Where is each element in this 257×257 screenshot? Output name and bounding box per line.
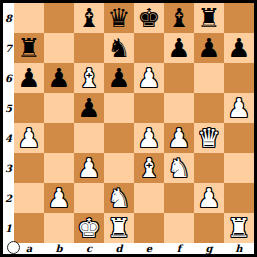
white-pawn-a4: ♟ [17,123,40,153]
square-g6[interactable] [194,63,224,93]
square-a5[interactable] [14,93,44,123]
rank-label-4: 4 [3,123,14,153]
square-d8[interactable]: ♛ [104,3,134,33]
square-d3[interactable] [104,153,134,183]
square-a4[interactable]: ♟ [14,123,44,153]
square-f7[interactable]: ♟ [164,33,194,63]
square-f3[interactable]: ♞ [164,153,194,183]
square-e2[interactable] [134,183,164,213]
rank-label-5: 5 [3,93,14,123]
square-a8[interactable] [14,3,44,33]
rank-label-1: 1 [3,213,14,243]
square-c2[interactable] [74,183,104,213]
file-label-h: h [224,243,254,254]
white-bishop-e3: ♝ [137,153,160,183]
square-c5[interactable]: ♟ [74,93,104,123]
file-label-e: e [134,243,164,254]
square-b1[interactable] [44,213,74,243]
square-g7[interactable]: ♟ [194,33,224,63]
black-pawn-d6: ♟ [107,63,130,93]
square-f2[interactable] [164,183,194,213]
square-g1[interactable] [194,213,224,243]
square-a6[interactable]: ♟ [14,63,44,93]
white-queen-g4: ♛ [197,123,220,153]
white-rook-d1: ♜ [107,213,130,243]
file-label-c: c [74,243,104,254]
square-h8[interactable] [224,3,254,33]
square-e5[interactable] [134,93,164,123]
square-f1[interactable] [164,213,194,243]
square-f8[interactable]: ♝ [164,3,194,33]
black-pawn-h7: ♟ [227,33,250,63]
square-b4[interactable] [44,123,74,153]
square-c8[interactable]: ♝ [74,3,104,33]
black-queen-d8: ♛ [107,3,130,33]
white-pawn-b2: ♟ [47,183,70,213]
rank-label-3: 3 [3,153,14,183]
square-c3[interactable]: ♟ [74,153,104,183]
square-e3[interactable]: ♝ [134,153,164,183]
rank-label-2: 2 [3,183,14,213]
square-a7[interactable]: ♜ [14,33,44,63]
white-pawn-f4: ♟ [167,123,190,153]
square-g2[interactable]: ♟ [194,183,224,213]
white-knight-f3: ♞ [167,153,190,183]
square-a1[interactable] [14,213,44,243]
square-d6[interactable]: ♟ [104,63,134,93]
file-labels: abcdefgh [14,243,254,254]
rank-labels: 87654321 [3,3,14,243]
file-label-f: f [164,243,194,254]
square-e7[interactable] [134,33,164,63]
white-pawn-g2: ♟ [197,183,220,213]
rank-label-7: 7 [3,33,14,63]
white-pawn-e4: ♟ [137,123,160,153]
square-e6[interactable]: ♟ [134,63,164,93]
square-b5[interactable] [44,93,74,123]
square-f5[interactable] [164,93,194,123]
square-b7[interactable] [44,33,74,63]
square-c1[interactable]: ♚ [74,213,104,243]
square-c6[interactable]: ♝ [74,63,104,93]
square-h3[interactable] [224,153,254,183]
square-e8[interactable]: ♚ [134,3,164,33]
square-c4[interactable] [74,123,104,153]
square-g5[interactable] [194,93,224,123]
square-h5[interactable]: ♟ [224,93,254,123]
black-king-e8: ♚ [137,3,160,33]
square-f4[interactable]: ♟ [164,123,194,153]
rank-label-6: 6 [3,63,14,93]
white-pawn-h5: ♟ [227,93,250,123]
square-c7[interactable] [74,33,104,63]
square-b8[interactable] [44,3,74,33]
square-h6[interactable] [224,63,254,93]
chess-diagram: 87654321 ♝♛♚♝♜♜♞♟♟♟♟♟♝♟♟♟♟♟♟♟♛♟♝♞♟♞♟♚♜♜ … [0,0,257,257]
file-label-d: d [104,243,134,254]
square-h1[interactable]: ♜ [224,213,254,243]
white-bishop-c6: ♝ [77,63,100,93]
square-a3[interactable] [14,153,44,183]
black-bishop-f8: ♝ [167,3,190,33]
square-d1[interactable]: ♜ [104,213,134,243]
square-a2[interactable] [14,183,44,213]
black-bishop-c8: ♝ [77,3,100,33]
black-pawn-g7: ♟ [197,33,220,63]
black-rook-g8: ♜ [197,3,220,33]
square-d2[interactable]: ♞ [104,183,134,213]
board: ♝♛♚♝♜♜♞♟♟♟♟♟♝♟♟♟♟♟♟♟♛♟♝♞♟♞♟♚♜♜ [14,3,254,243]
square-f6[interactable] [164,63,194,93]
white-to-move-indicator [7,241,20,254]
square-b2[interactable]: ♟ [44,183,74,213]
black-knight-d7: ♞ [107,33,130,63]
white-king-c1: ♚ [77,213,100,243]
white-pawn-c3: ♟ [77,153,100,183]
square-g3[interactable] [194,153,224,183]
square-h7[interactable]: ♟ [224,33,254,63]
square-h4[interactable] [224,123,254,153]
file-label-g: g [194,243,224,254]
square-d5[interactable] [104,93,134,123]
black-pawn-c5: ♟ [77,93,100,123]
black-pawn-a6: ♟ [17,63,40,93]
black-rook-a7: ♜ [17,33,40,63]
square-d4[interactable] [104,123,134,153]
square-b6[interactable]: ♟ [44,63,74,93]
file-label-b: b [44,243,74,254]
square-d7[interactable]: ♞ [104,33,134,63]
square-e1[interactable] [134,213,164,243]
black-pawn-b6: ♟ [47,63,70,93]
black-pawn-f7: ♟ [167,33,190,63]
rank-label-8: 8 [3,3,14,33]
white-knight-d2: ♞ [107,183,130,213]
square-e4[interactable]: ♟ [134,123,164,153]
white-rook-h1: ♜ [227,213,250,243]
white-pawn-e6: ♟ [137,63,160,93]
square-b3[interactable] [44,153,74,183]
square-g4[interactable]: ♛ [194,123,224,153]
square-h2[interactable] [224,183,254,213]
square-g8[interactable]: ♜ [194,3,224,33]
